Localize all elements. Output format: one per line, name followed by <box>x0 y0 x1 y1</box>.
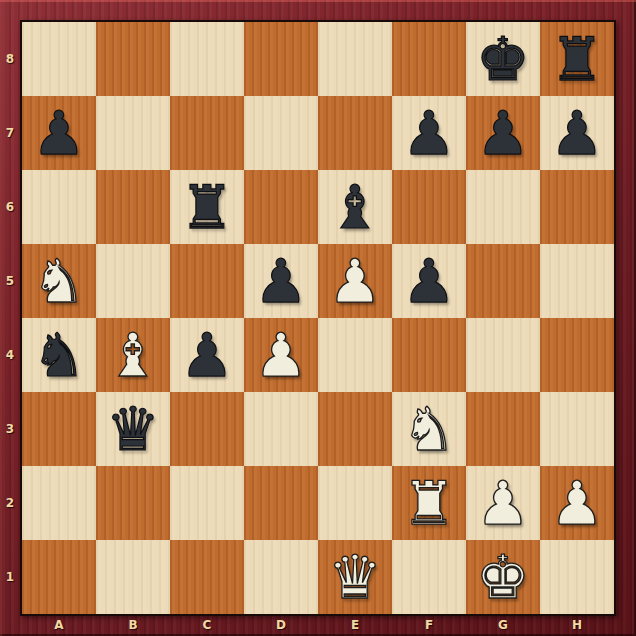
square-c4[interactable]: ♟ <box>170 318 244 392</box>
square-c6[interactable]: ♜ <box>170 170 244 244</box>
white-knight-piece[interactable]: ♞ <box>32 244 86 318</box>
square-a4[interactable]: ♞ <box>22 318 96 392</box>
square-f8[interactable] <box>392 22 466 96</box>
file-label-a: A <box>22 614 96 636</box>
square-e4[interactable] <box>318 318 392 392</box>
square-d6[interactable] <box>244 170 318 244</box>
square-d4[interactable]: ♟ <box>244 318 318 392</box>
black-pawn-piece[interactable]: ♟ <box>254 244 308 318</box>
square-f1[interactable] <box>392 540 466 614</box>
file-label-g: G <box>466 614 540 636</box>
square-f3[interactable]: ♞ <box>392 392 466 466</box>
white-pawn-piece[interactable]: ♟ <box>328 244 382 318</box>
file-label-e: E <box>318 614 392 636</box>
square-b6[interactable] <box>96 170 170 244</box>
square-h2[interactable]: ♟ <box>540 466 614 540</box>
rank-label-1: 1 <box>0 540 20 614</box>
square-g5[interactable] <box>466 244 540 318</box>
square-b4[interactable]: ♝ <box>96 318 170 392</box>
square-e7[interactable] <box>318 96 392 170</box>
square-c5[interactable] <box>170 244 244 318</box>
rank-label-5: 5 <box>0 244 20 318</box>
black-pawn-piece[interactable]: ♟ <box>402 244 456 318</box>
black-knight-piece[interactable]: ♞ <box>32 318 86 392</box>
black-pawn-piece[interactable]: ♟ <box>476 96 530 170</box>
square-d3[interactable] <box>244 392 318 466</box>
square-h3[interactable] <box>540 392 614 466</box>
square-a5[interactable]: ♞ <box>22 244 96 318</box>
square-e1[interactable]: ♛ <box>318 540 392 614</box>
square-h7[interactable]: ♟ <box>540 96 614 170</box>
square-f6[interactable] <box>392 170 466 244</box>
square-g2[interactable]: ♟ <box>466 466 540 540</box>
file-label-b: B <box>96 614 170 636</box>
square-f7[interactable]: ♟ <box>392 96 466 170</box>
square-e6[interactable]: ♝ <box>318 170 392 244</box>
square-a8[interactable] <box>22 22 96 96</box>
white-rook-piece[interactable]: ♜ <box>402 466 456 540</box>
square-g1[interactable]: ♚ <box>466 540 540 614</box>
square-d5[interactable]: ♟ <box>244 244 318 318</box>
square-d2[interactable] <box>244 466 318 540</box>
square-b7[interactable] <box>96 96 170 170</box>
square-h4[interactable] <box>540 318 614 392</box>
square-b8[interactable] <box>96 22 170 96</box>
black-pawn-piece[interactable]: ♟ <box>550 96 604 170</box>
rank-label-3: 3 <box>0 392 20 466</box>
rank-label-8: 8 <box>0 22 20 96</box>
square-b2[interactable] <box>96 466 170 540</box>
file-label-h: H <box>540 614 614 636</box>
rank-label-7: 7 <box>0 96 20 170</box>
white-queen-piece[interactable]: ♛ <box>328 540 382 614</box>
square-d1[interactable] <box>244 540 318 614</box>
square-g3[interactable] <box>466 392 540 466</box>
black-king-piece[interactable]: ♚ <box>476 22 530 96</box>
square-a3[interactable] <box>22 392 96 466</box>
file-label-c: C <box>170 614 244 636</box>
square-h8[interactable]: ♜ <box>540 22 614 96</box>
square-b5[interactable] <box>96 244 170 318</box>
square-e3[interactable] <box>318 392 392 466</box>
square-d8[interactable] <box>244 22 318 96</box>
rank-label-6: 6 <box>0 170 20 244</box>
square-c7[interactable] <box>170 96 244 170</box>
square-e2[interactable] <box>318 466 392 540</box>
white-knight-piece[interactable]: ♞ <box>402 392 456 466</box>
black-queen-piece[interactable]: ♛ <box>106 392 160 466</box>
square-h1[interactable] <box>540 540 614 614</box>
black-rook-piece[interactable]: ♜ <box>550 22 604 96</box>
square-g8[interactable]: ♚ <box>466 22 540 96</box>
square-c8[interactable] <box>170 22 244 96</box>
black-rook-piece[interactable]: ♜ <box>180 170 234 244</box>
square-g7[interactable]: ♟ <box>466 96 540 170</box>
square-f4[interactable] <box>392 318 466 392</box>
chess-board: ♚♜♟♟♟♟♜♝♞♟♟♟♞♝♟♟♛♞♜♟♟♛♚ <box>20 20 616 616</box>
black-pawn-piece[interactable]: ♟ <box>180 318 234 392</box>
square-d7[interactable] <box>244 96 318 170</box>
square-a7[interactable]: ♟ <box>22 96 96 170</box>
rank-label-4: 4 <box>0 318 20 392</box>
white-pawn-piece[interactable]: ♟ <box>476 466 530 540</box>
square-g4[interactable] <box>466 318 540 392</box>
square-c1[interactable] <box>170 540 244 614</box>
square-h5[interactable] <box>540 244 614 318</box>
file-label-f: F <box>392 614 466 636</box>
board-frame: ♚♜♟♟♟♟♜♝♞♟♟♟♞♝♟♟♛♞♜♟♟♛♚ 87654321ABCDEFGH <box>0 0 636 636</box>
white-pawn-piece[interactable]: ♟ <box>550 466 604 540</box>
square-g6[interactable] <box>466 170 540 244</box>
square-b1[interactable] <box>96 540 170 614</box>
white-pawn-piece[interactable]: ♟ <box>254 318 308 392</box>
square-b3[interactable]: ♛ <box>96 392 170 466</box>
white-king-piece[interactable]: ♚ <box>476 540 530 614</box>
square-c3[interactable] <box>170 392 244 466</box>
square-e5[interactable]: ♟ <box>318 244 392 318</box>
square-a6[interactable] <box>22 170 96 244</box>
file-label-d: D <box>244 614 318 636</box>
square-f2[interactable]: ♜ <box>392 466 466 540</box>
square-a1[interactable] <box>22 540 96 614</box>
black-pawn-piece[interactable]: ♟ <box>32 96 86 170</box>
black-pawn-piece[interactable]: ♟ <box>402 96 456 170</box>
square-f5[interactable]: ♟ <box>392 244 466 318</box>
square-a2[interactable] <box>22 466 96 540</box>
square-c2[interactable] <box>170 466 244 540</box>
square-e8[interactable] <box>318 22 392 96</box>
square-h6[interactable] <box>540 170 614 244</box>
black-bishop-piece[interactable]: ♝ <box>328 170 382 244</box>
rank-label-2: 2 <box>0 466 20 540</box>
white-bishop-piece[interactable]: ♝ <box>106 318 160 392</box>
